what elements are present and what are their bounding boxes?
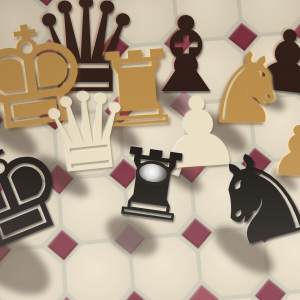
tile-floor [0, 0, 300, 300]
floor-tile [111, 0, 176, 45]
tile-diamond [104, 95, 134, 124]
floor-tile [0, 181, 60, 248]
floor-tile [116, 44, 182, 107]
floor-tile [0, 55, 51, 119]
tile-diamond [175, 153, 206, 183]
tile-diamond [169, 89, 199, 118]
floor-tile [180, 39, 246, 102]
tile-diamond [247, 212, 278, 243]
tile-diamond [234, 84, 264, 113]
floor-tile [0, 117, 56, 182]
floor-tile [52, 49, 117, 113]
tile-diamond [228, 22, 258, 50]
floor-tile [126, 170, 194, 237]
floor-tile [56, 112, 122, 177]
floor-tile [48, 0, 112, 51]
floor-tile [121, 106, 188, 171]
tile-diamond [114, 223, 145, 254]
floor-tile [198, 229, 267, 297]
floor-tile [186, 101, 253, 166]
floor-tile [60, 175, 127, 242]
floor-tile [132, 235, 200, 300]
tile-diamond [241, 147, 271, 177]
floor-tile [0, 247, 65, 300]
floor-tile [192, 164, 260, 231]
tile-diamond [181, 218, 212, 249]
tile-diamond [163, 28, 193, 56]
floor-tile [65, 241, 133, 300]
patio-photo: ♚♛♜♛♝♞♟♟♟♚♜♞ [0, 0, 300, 300]
tile-diamond [99, 33, 129, 62]
floor-tile [245, 33, 300, 96]
tile-diamond [109, 158, 140, 188]
